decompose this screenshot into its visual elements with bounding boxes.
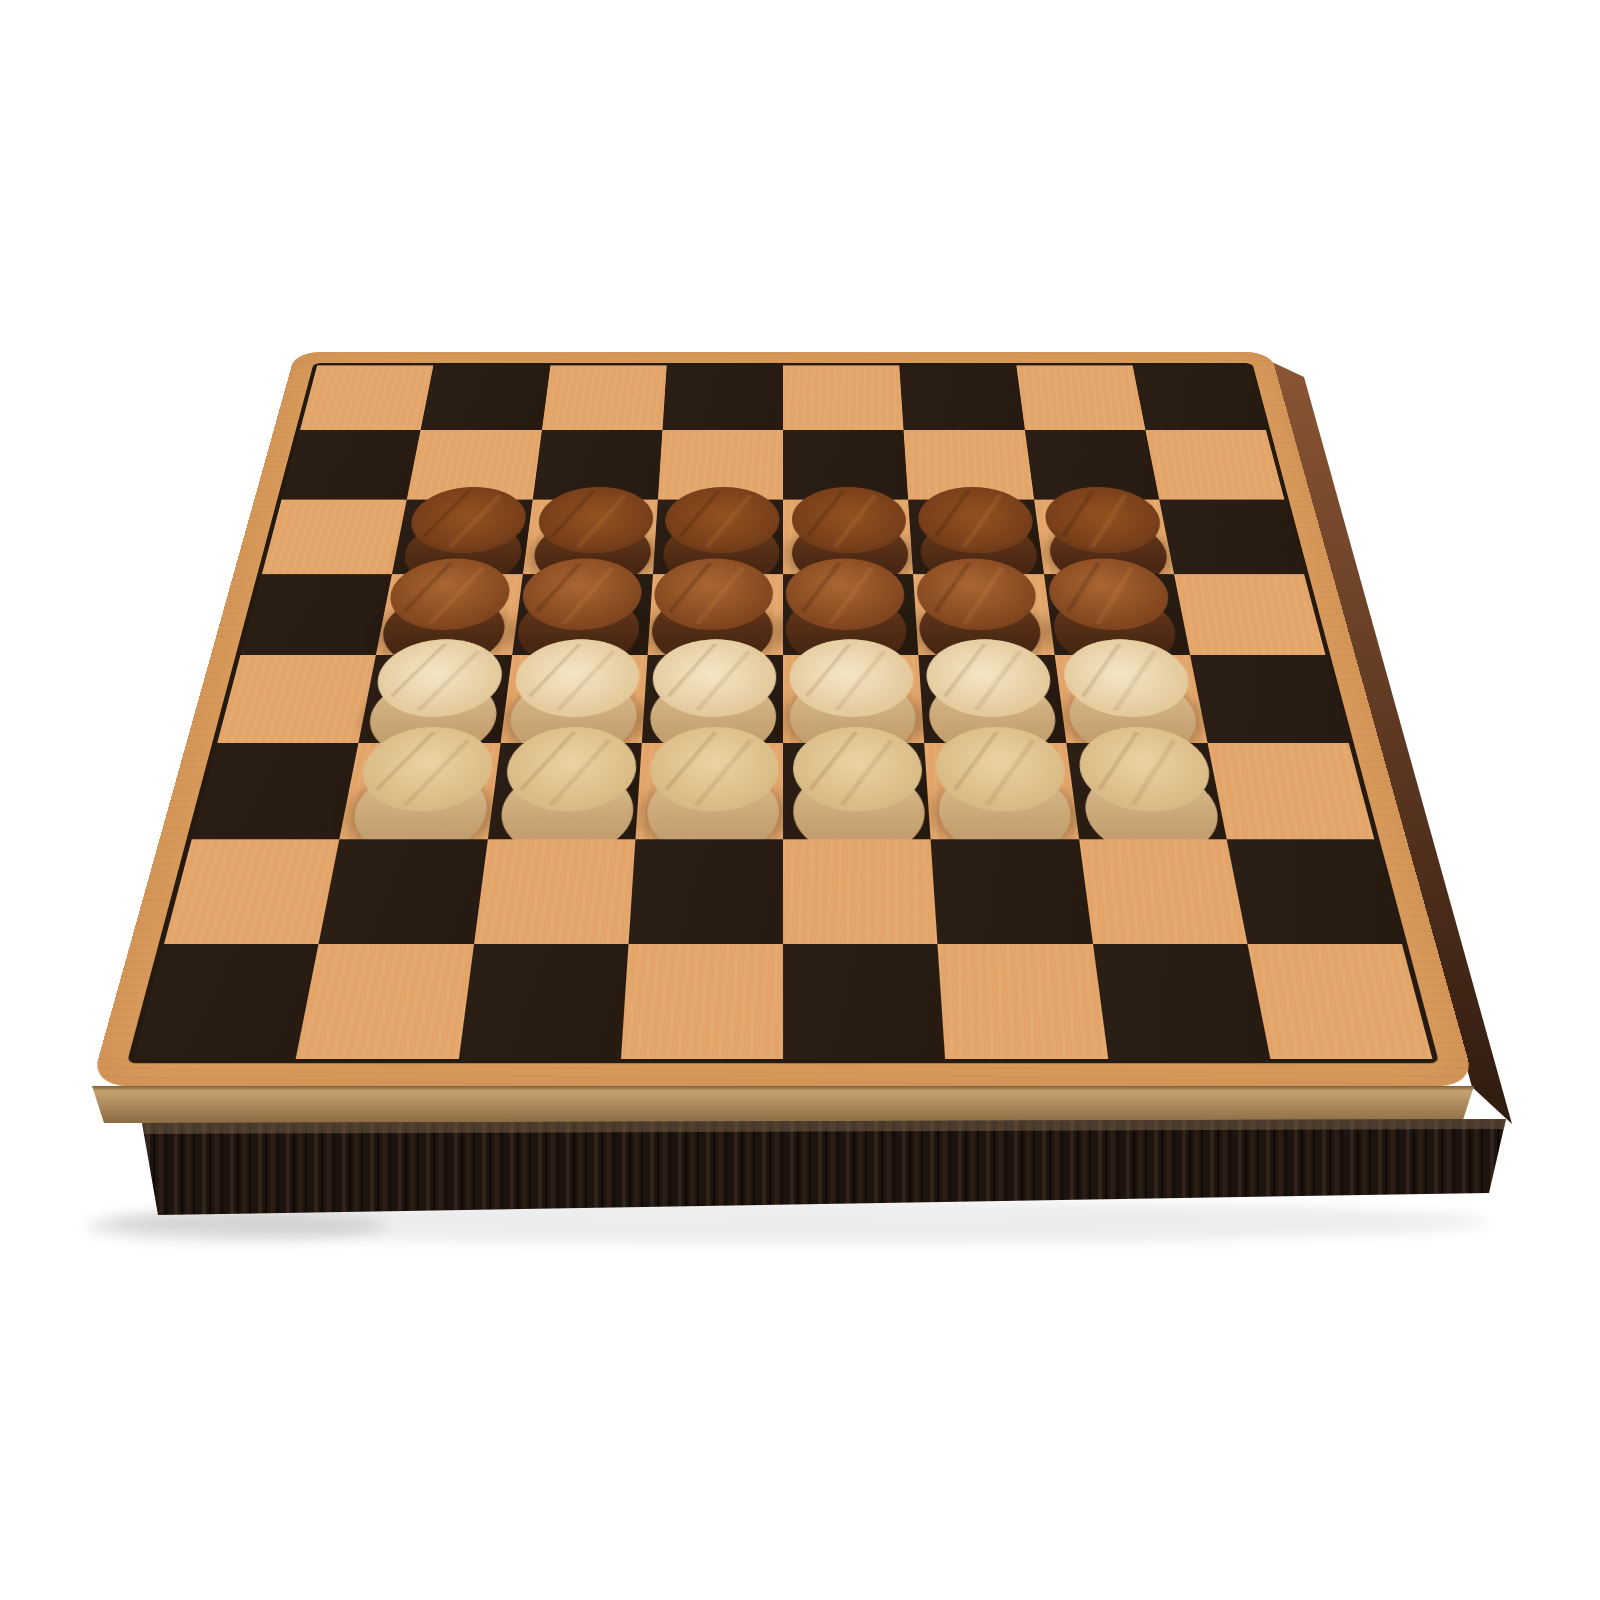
light-checker[interactable]	[355, 727, 498, 812]
square-h3[interactable]	[1207, 743, 1374, 839]
square-g8[interactable]	[1016, 365, 1145, 429]
checker-top	[647, 727, 779, 812]
square-d1[interactable]	[621, 944, 783, 1059]
square-g2[interactable]	[1079, 839, 1248, 944]
light-checker[interactable]	[650, 639, 776, 717]
square-e1[interactable]	[783, 944, 945, 1059]
square-b8[interactable]	[421, 365, 550, 429]
checker-top	[650, 639, 776, 717]
dark-checker[interactable]	[1041, 487, 1166, 553]
light-checker[interactable]	[1059, 639, 1195, 717]
light-checker[interactable]	[933, 727, 1070, 812]
dark-checker[interactable]	[384, 558, 514, 629]
dark-checker[interactable]	[786, 558, 907, 629]
square-h5[interactable]	[1174, 574, 1326, 655]
square-b2[interactable]	[319, 839, 488, 944]
board-grid	[134, 365, 1433, 1059]
square-f8[interactable]	[899, 365, 1024, 429]
square-e8[interactable]	[783, 365, 904, 429]
square-c8[interactable]	[542, 365, 667, 429]
dark-checker[interactable]	[652, 558, 773, 629]
dark-checker[interactable]	[792, 487, 908, 553]
dark-checker[interactable]	[518, 558, 644, 629]
square-h2[interactable]	[1226, 839, 1402, 944]
light-checker[interactable]	[371, 639, 507, 717]
square-h7[interactable]	[1145, 430, 1284, 499]
square-f3[interactable]	[924, 743, 1078, 839]
square-h8[interactable]	[1132, 365, 1266, 429]
board-playing-area	[127, 363, 1440, 1063]
light-checker[interactable]	[647, 727, 779, 812]
square-g3[interactable]	[1066, 743, 1226, 839]
square-c3[interactable]	[487, 743, 641, 839]
square-d2[interactable]	[628, 839, 783, 944]
dark-checker[interactable]	[663, 487, 779, 553]
light-checker[interactable]	[1074, 727, 1217, 812]
square-h4[interactable]	[1190, 655, 1349, 743]
square-c2[interactable]	[474, 839, 636, 944]
square-a8[interactable]	[300, 365, 434, 429]
light-checker[interactable]	[924, 639, 1055, 717]
square-a6[interactable]	[262, 499, 407, 574]
square-f1[interactable]	[938, 944, 1108, 1059]
square-f2[interactable]	[931, 839, 1093, 944]
checker-top	[652, 558, 773, 629]
light-checker[interactable]	[501, 727, 638, 812]
square-h6[interactable]	[1159, 499, 1304, 574]
dark-checker[interactable]	[406, 487, 531, 553]
square-a5[interactable]	[240, 574, 392, 655]
checkers-board	[91, 352, 1475, 1086]
square-d8[interactable]	[662, 365, 783, 429]
dark-checker[interactable]	[534, 487, 654, 553]
square-a2[interactable]	[164, 839, 340, 944]
square-b3[interactable]	[340, 743, 500, 839]
scene	[0, 0, 1600, 1600]
square-d3[interactable]	[635, 743, 783, 839]
square-b1[interactable]	[296, 944, 474, 1059]
ground-shadow-left	[85, 1210, 385, 1242]
board-front-edge	[92, 1086, 1474, 1123]
square-h1[interactable]	[1247, 944, 1432, 1059]
light-checker[interactable]	[511, 639, 642, 717]
square-e2[interactable]	[783, 839, 938, 944]
dark-checker[interactable]	[1044, 558, 1174, 629]
storage-box-front	[142, 1119, 1506, 1215]
square-a1[interactable]	[134, 944, 319, 1059]
square-a4[interactable]	[217, 655, 376, 743]
square-c1[interactable]	[458, 944, 628, 1059]
light-checker[interactable]	[793, 727, 925, 812]
dark-checker[interactable]	[916, 487, 1037, 553]
dark-checker[interactable]	[915, 558, 1040, 629]
square-a3[interactable]	[192, 743, 359, 839]
light-checker[interactable]	[790, 639, 916, 717]
square-g1[interactable]	[1092, 944, 1270, 1059]
checker-top	[663, 487, 779, 553]
square-a7[interactable]	[282, 430, 421, 499]
square-e3[interactable]	[783, 743, 931, 839]
